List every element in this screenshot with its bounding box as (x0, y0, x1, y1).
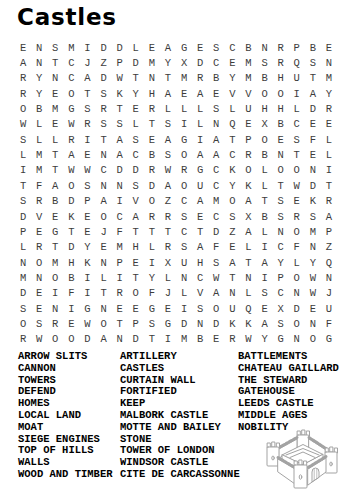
grid-cell[interactable]: X (257, 117, 273, 132)
grid-cell[interactable]: L (289, 101, 305, 116)
grid-cell[interactable]: W (79, 316, 95, 331)
grid-cell[interactable]: E (289, 194, 305, 209)
grid-cell[interactable]: S (273, 194, 289, 209)
grid-cell[interactable]: A (112, 132, 128, 147)
grid-cell[interactable]: D (112, 40, 128, 55)
grid-cell[interactable]: A (112, 147, 128, 162)
grid-cell[interactable]: R (289, 209, 305, 224)
grid-cell[interactable]: L (160, 101, 176, 116)
grid-cell[interactable]: R (224, 332, 240, 347)
grid-cell[interactable]: T (112, 316, 128, 331)
grid-cell[interactable]: A (96, 194, 112, 209)
grid-cell[interactable]: B (192, 332, 208, 347)
grid-cell[interactable]: L (96, 270, 112, 285)
grid-cell[interactable]: S (208, 101, 224, 116)
grid-cell[interactable]: A (240, 224, 256, 239)
grid-cell[interactable]: E (160, 301, 176, 316)
grid-cell[interactable]: C (63, 71, 79, 86)
grid-cell[interactable]: G (144, 301, 160, 316)
grid-cell[interactable]: X (160, 255, 176, 270)
grid-cell[interactable]: A (47, 178, 63, 193)
grid-cell[interactable]: R (79, 117, 95, 132)
grid-cell[interactable]: M (31, 147, 47, 162)
grid-cell[interactable]: E (208, 332, 224, 347)
grid-cell[interactable]: E (31, 286, 47, 301)
grid-cell[interactable]: O (128, 286, 144, 301)
grid-cell[interactable]: S (208, 40, 224, 55)
grid-cell[interactable]: E (176, 86, 192, 101)
grid-cell[interactable]: R (15, 71, 31, 86)
grid-cell[interactable]: D (289, 301, 305, 316)
grid-cell[interactable]: B (144, 147, 160, 162)
grid-cell[interactable]: P (289, 40, 305, 55)
grid-cell[interactable]: S (305, 55, 321, 70)
grid-cell[interactable]: J (96, 224, 112, 239)
grid-cell[interactable]: T (240, 255, 256, 270)
grid-cell[interactable]: I (63, 301, 79, 316)
grid-cell[interactable]: S (305, 209, 321, 224)
grid-cell[interactable]: I (160, 332, 176, 347)
grid-cell[interactable]: N (96, 147, 112, 162)
grid-cell[interactable]: T (192, 224, 208, 239)
grid-cell[interactable]: C (176, 194, 192, 209)
grid-cell[interactable]: M (321, 71, 337, 86)
grid-cell[interactable]: L (240, 240, 256, 255)
grid-cell[interactable]: N (257, 40, 273, 55)
grid-cell[interactable]: K (224, 316, 240, 331)
grid-cell[interactable]: R (240, 147, 256, 162)
grid-cell[interactable]: N (192, 316, 208, 331)
grid-cell[interactable]: T (160, 224, 176, 239)
grid-cell[interactable]: C (224, 147, 240, 162)
grid-cell[interactable]: I (257, 240, 273, 255)
grid-cell[interactable]: I (321, 163, 337, 178)
grid-cell[interactable]: E (31, 301, 47, 316)
grid-cell[interactable]: D (63, 194, 79, 209)
grid-cell[interactable]: C (63, 55, 79, 70)
grid-cell[interactable]: N (273, 224, 289, 239)
grid-cell[interactable]: D (15, 209, 31, 224)
grid-cell[interactable]: N (305, 163, 321, 178)
grid-cell[interactable]: S (96, 86, 112, 101)
grid-cell[interactable]: J (79, 55, 95, 70)
grid-cell[interactable]: D (128, 332, 144, 347)
grid-cell[interactable]: C (273, 286, 289, 301)
grid-cell[interactable]: A (192, 194, 208, 209)
grid-cell[interactable]: C (208, 209, 224, 224)
grid-cell[interactable]: H (273, 71, 289, 86)
grid-cell[interactable]: M (240, 55, 256, 70)
grid-cell[interactable]: H (192, 255, 208, 270)
grid-cell[interactable]: P (128, 316, 144, 331)
grid-cell[interactable]: A (208, 132, 224, 147)
grid-cell[interactable]: X (273, 301, 289, 316)
grid-cell[interactable]: C (128, 147, 144, 162)
grid-cell[interactable]: O (47, 270, 63, 285)
grid-cell[interactable]: D (176, 316, 192, 331)
grid-cell[interactable]: O (15, 316, 31, 331)
grid-cell[interactable]: D (112, 163, 128, 178)
grid-cell[interactable]: O (224, 194, 240, 209)
grid-cell[interactable]: W (305, 270, 321, 285)
grid-cell[interactable]: D (79, 332, 95, 347)
grid-cell[interactable]: S (289, 132, 305, 147)
grid-cell[interactable]: M (47, 255, 63, 270)
grid-cell[interactable]: F (144, 286, 160, 301)
grid-cell[interactable]: H (128, 240, 144, 255)
grid-cell[interactable]: Y (160, 55, 176, 70)
grid-cell[interactable]: A (305, 86, 321, 101)
grid-cell[interactable]: O (273, 163, 289, 178)
grid-cell[interactable]: O (257, 86, 273, 101)
grid-cell[interactable]: Z (321, 240, 337, 255)
grid-cell[interactable]: K (240, 178, 256, 193)
grid-cell[interactable]: T (257, 194, 273, 209)
grid-cell[interactable]: R (144, 209, 160, 224)
grid-cell[interactable]: L (47, 132, 63, 147)
grid-cell[interactable]: E (224, 240, 240, 255)
grid-cell[interactable]: L (257, 178, 273, 193)
grid-cell[interactable]: Y (224, 178, 240, 193)
grid-cell[interactable]: U (224, 301, 240, 316)
grid-cell[interactable]: T (47, 147, 63, 162)
grid-cell[interactable]: L (31, 132, 47, 147)
grid-cell[interactable]: C (273, 240, 289, 255)
grid-cell[interactable]: E (31, 224, 47, 239)
grid-cell[interactable]: L (160, 270, 176, 285)
grid-cell[interactable]: T (63, 224, 79, 239)
grid-cell[interactable]: L (192, 101, 208, 116)
grid-cell[interactable]: S (273, 209, 289, 224)
grid-cell[interactable]: Y (31, 86, 47, 101)
grid-cell[interactable]: C (96, 163, 112, 178)
grid-cell[interactable]: C (112, 209, 128, 224)
grid-cell[interactable]: N (208, 117, 224, 132)
grid-cell[interactable]: E (192, 209, 208, 224)
grid-cell[interactable]: I (15, 163, 31, 178)
grid-cell[interactable]: K (63, 209, 79, 224)
grid-cell[interactable]: N (96, 255, 112, 270)
grid-cell[interactable]: D (63, 240, 79, 255)
grid-cell[interactable]: O (273, 86, 289, 101)
grid-cell[interactable]: A (192, 147, 208, 162)
grid-cell[interactable]: R (31, 240, 47, 255)
grid-cell[interactable]: N (273, 147, 289, 162)
grid-cell[interactable]: O (63, 178, 79, 193)
grid-cell[interactable]: T (144, 224, 160, 239)
grid-cell[interactable]: V (31, 209, 47, 224)
grid-cell[interactable]: Y (144, 270, 160, 285)
grid-cell[interactable]: Y (321, 86, 337, 101)
grid-cell[interactable]: G (176, 40, 192, 55)
grid-cell[interactable]: L (15, 147, 31, 162)
grid-cell[interactable]: I (112, 194, 128, 209)
grid-cell[interactable]: F (208, 240, 224, 255)
grid-cell[interactable]: N (15, 255, 31, 270)
grid-cell[interactable]: Z (160, 194, 176, 209)
grid-cell[interactable]: O (257, 132, 273, 147)
grid-cell[interactable]: Y (257, 332, 273, 347)
grid-cell[interactable]: D (15, 286, 31, 301)
grid-cell[interactable]: I (176, 301, 192, 316)
grid-cell[interactable]: E (240, 117, 256, 132)
grid-cell[interactable]: O (96, 316, 112, 331)
grid-cell[interactable]: O (96, 209, 112, 224)
grid-cell[interactable]: E (305, 301, 321, 316)
grid-cell[interactable]: I (257, 270, 273, 285)
grid-cell[interactable]: S (47, 40, 63, 55)
grid-cell[interactable]: W (79, 163, 95, 178)
grid-cell[interactable]: D (305, 178, 321, 193)
grid-cell[interactable]: R (176, 163, 192, 178)
grid-cell[interactable]: E (305, 147, 321, 162)
grid-cell[interactable]: P (273, 270, 289, 285)
grid-cell[interactable]: G (160, 316, 176, 331)
grid-cell[interactable]: C (289, 117, 305, 132)
grid-cell[interactable]: R (63, 132, 79, 147)
grid-cell[interactable]: E (144, 132, 160, 147)
grid-cell[interactable]: K (79, 255, 95, 270)
grid-cell[interactable]: N (31, 40, 47, 55)
grid-cell[interactable]: L (321, 147, 337, 162)
grid-cell[interactable]: M (15, 270, 31, 285)
grid-cell[interactable]: Q (321, 255, 337, 270)
grid-cell[interactable]: Q (224, 117, 240, 132)
grid-cell[interactable]: D (144, 178, 160, 193)
grid-cell[interactable]: T (47, 55, 63, 70)
grid-cell[interactable]: W (305, 286, 321, 301)
grid-cell[interactable]: A (208, 286, 224, 301)
grid-cell[interactable]: D (96, 71, 112, 86)
grid-cell[interactable]: A (192, 240, 208, 255)
grid-cell[interactable]: S (160, 117, 176, 132)
grid-cell[interactable]: B (257, 209, 273, 224)
grid-cell[interactable]: E (321, 117, 337, 132)
grid-cell[interactable]: E (128, 301, 144, 316)
grid-cell[interactable]: I (79, 286, 95, 301)
grid-cell[interactable]: O (176, 178, 192, 193)
grid-cell[interactable]: S (128, 132, 144, 147)
grid-cell[interactable]: E (112, 301, 128, 316)
grid-cell[interactable]: E (208, 86, 224, 101)
grid-cell[interactable]: W (208, 270, 224, 285)
grid-cell[interactable]: L (128, 117, 144, 132)
grid-cell[interactable]: T (224, 132, 240, 147)
grid-cell[interactable]: B (31, 101, 47, 116)
grid-cell[interactable]: P (112, 55, 128, 70)
grid-cell[interactable]: U (321, 301, 337, 316)
grid-cell[interactable]: R (47, 316, 63, 331)
grid-cell[interactable]: G (47, 224, 63, 239)
grid-cell[interactable]: P (15, 224, 31, 239)
grid-cell[interactable]: T (224, 270, 240, 285)
grid-cell[interactable]: I (289, 86, 305, 101)
grid-cell[interactable]: N (176, 270, 192, 285)
grid-cell[interactable]: G (192, 163, 208, 178)
grid-cell[interactable]: B (257, 147, 273, 162)
grid-cell[interactable]: N (96, 301, 112, 316)
grid-cell[interactable]: M (176, 71, 192, 86)
grid-cell[interactable]: L (31, 117, 47, 132)
grid-cell[interactable]: R (144, 163, 160, 178)
grid-cell[interactable]: N (289, 332, 305, 347)
grid-cell[interactable]: L (321, 132, 337, 147)
grid-cell[interactable]: Y (31, 71, 47, 86)
grid-cell[interactable]: N (305, 240, 321, 255)
grid-cell[interactable]: U (176, 255, 192, 270)
grid-cell[interactable]: T (144, 117, 160, 132)
grid-cell[interactable]: T (96, 132, 112, 147)
grid-cell[interactable]: W (240, 332, 256, 347)
grid-cell[interactable]: N (31, 55, 47, 70)
grid-cell[interactable]: R (15, 86, 31, 101)
grid-cell[interactable]: X (240, 209, 256, 224)
grid-cell[interactable]: A (160, 132, 176, 147)
grid-cell[interactable]: X (176, 55, 192, 70)
grid-cell[interactable]: F (112, 224, 128, 239)
grid-cell[interactable]: D (128, 55, 144, 70)
grid-cell[interactable]: Y (79, 240, 95, 255)
grid-cell[interactable]: B (273, 117, 289, 132)
grid-cell[interactable]: G (63, 101, 79, 116)
grid-cell[interactable]: G (321, 332, 337, 347)
grid-cell[interactable]: A (240, 194, 256, 209)
grid-cell[interactable]: W (289, 178, 305, 193)
grid-cell[interactable]: P (240, 132, 256, 147)
grid-cell[interactable]: I (144, 255, 160, 270)
grid-cell[interactable]: A (321, 209, 337, 224)
grid-cell[interactable]: L (176, 101, 192, 116)
grid-cell[interactable]: N (289, 286, 305, 301)
grid-cell[interactable]: P (79, 194, 95, 209)
grid-cell[interactable]: E (79, 209, 95, 224)
grid-cell[interactable]: E (79, 147, 95, 162)
grid-cell[interactable]: T (289, 147, 305, 162)
grid-cell[interactable]: R (15, 332, 31, 347)
grid-cell[interactable]: R (160, 240, 176, 255)
grid-cell[interactable]: M (240, 71, 256, 86)
grid-cell[interactable]: M (144, 55, 160, 70)
grid-cell[interactable]: N (144, 71, 160, 86)
grid-cell[interactable]: F (31, 178, 47, 193)
grid-cell[interactable]: G (273, 332, 289, 347)
grid-cell[interactable]: A (96, 332, 112, 347)
grid-cell[interactable]: V (128, 194, 144, 209)
grid-cell[interactable]: R (321, 194, 337, 209)
grid-cell[interactable]: S (15, 194, 31, 209)
grid-cell[interactable]: S (192, 301, 208, 316)
grid-cell[interactable]: M (63, 40, 79, 55)
grid-cell[interactable]: B (63, 270, 79, 285)
grid-cell[interactable]: N (240, 270, 256, 285)
grid-cell[interactable]: Y (224, 71, 240, 86)
grid-cell[interactable]: Q (240, 301, 256, 316)
grid-cell[interactable]: T (321, 178, 337, 193)
grid-cell[interactable]: T (96, 286, 112, 301)
grid-cell[interactable]: F (321, 316, 337, 331)
grid-cell[interactable]: E (15, 40, 31, 55)
grid-cell[interactable]: A (160, 178, 176, 193)
grid-cell[interactable]: T (128, 270, 144, 285)
grid-cell[interactable]: F (63, 286, 79, 301)
grid-cell[interactable]: W (15, 117, 31, 132)
grid-cell[interactable]: N (112, 178, 128, 193)
grid-cell[interactable]: W (160, 163, 176, 178)
grid-cell[interactable]: O (289, 224, 305, 239)
grid-cell[interactable]: S (96, 117, 112, 132)
grid-cell[interactable]: L (257, 163, 273, 178)
grid-cell[interactable]: R (96, 101, 112, 116)
grid-cell[interactable]: S (176, 209, 192, 224)
grid-cell[interactable]: L (224, 101, 240, 116)
grid-cell[interactable]: S (257, 55, 273, 70)
grid-cell[interactable]: F (305, 132, 321, 147)
grid-cell[interactable]: M (208, 194, 224, 209)
grid-cell[interactable]: S (160, 147, 176, 162)
grid-cell[interactable]: S (176, 240, 192, 255)
grid-cell[interactable]: L (192, 117, 208, 132)
grid-cell[interactable]: N (112, 332, 128, 347)
grid-cell[interactable]: V (240, 86, 256, 101)
grid-cell[interactable]: T (128, 224, 144, 239)
grid-cell[interactable]: I (79, 40, 95, 55)
grid-cell[interactable]: I (79, 132, 95, 147)
grid-cell[interactable]: E (321, 40, 337, 55)
grid-cell[interactable]: O (240, 163, 256, 178)
grid-cell[interactable]: L (144, 240, 160, 255)
grid-cell[interactable]: N (96, 178, 112, 193)
grid-cell[interactable]: M (305, 224, 321, 239)
grid-cell[interactable]: K (240, 316, 256, 331)
grid-cell[interactable]: E (273, 132, 289, 147)
grid-cell[interactable]: E (47, 86, 63, 101)
grid-cell[interactable]: I (47, 286, 63, 301)
grid-cell[interactable]: O (289, 316, 305, 331)
grid-cell[interactable]: S (224, 209, 240, 224)
grid-cell[interactable]: Z (96, 55, 112, 70)
grid-cell[interactable]: Y (273, 255, 289, 270)
grid-cell[interactable]: R (112, 286, 128, 301)
grid-cell[interactable]: D (208, 316, 224, 331)
grid-cell[interactable]: E (192, 40, 208, 55)
grid-cell[interactable]: N (321, 270, 337, 285)
grid-cell[interactable]: A (160, 86, 176, 101)
grid-cell[interactable]: S (15, 301, 31, 316)
grid-cell[interactable]: U (192, 178, 208, 193)
grid-cell[interactable]: U (289, 71, 305, 86)
grid-cell[interactable]: C (192, 270, 208, 285)
grid-cell[interactable]: A (208, 147, 224, 162)
grid-cell[interactable]: A (257, 255, 273, 270)
grid-cell[interactable]: S (79, 101, 95, 116)
grid-cell[interactable]: N (31, 270, 47, 285)
grid-cell[interactable]: T (160, 71, 176, 86)
grid-cell[interactable]: H (273, 101, 289, 116)
grid-cell[interactable]: A (63, 147, 79, 162)
grid-cell[interactable]: A (192, 86, 208, 101)
grid-cell[interactable]: A (160, 40, 176, 55)
grid-cell[interactable]: O (144, 194, 160, 209)
grid-cell[interactable]: R (321, 101, 337, 116)
grid-cell[interactable]: I (112, 270, 128, 285)
grid-cell[interactable]: L (176, 286, 192, 301)
grid-cell[interactable]: S (208, 255, 224, 270)
grid-cell[interactable]: S (144, 316, 160, 331)
grid-cell[interactable]: T (273, 178, 289, 193)
grid-cell[interactable]: O (63, 332, 79, 347)
grid-cell[interactable]: S (31, 316, 47, 331)
grid-cell[interactable]: E (63, 316, 79, 331)
